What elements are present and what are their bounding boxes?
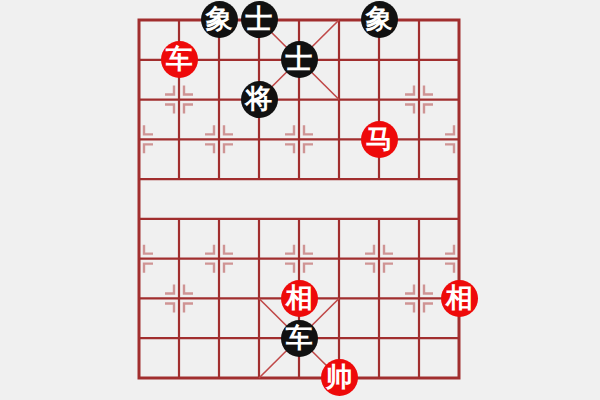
piece-red-elephant-i7[interactable]: 相 — [441, 280, 478, 317]
piece-red-elephant-e7[interactable]: 相 — [281, 280, 318, 317]
piece-black-chariot-e8[interactable]: 车 — [281, 320, 318, 357]
piece-red-chariot-b1[interactable]: 车 — [161, 41, 198, 78]
piece-red-general-f9[interactable]: 帅 — [321, 359, 358, 396]
piece-black-elephant-c0[interactable]: 象 — [201, 1, 238, 38]
piece-black-general-d2[interactable]: 将 — [241, 81, 278, 118]
piece-black-advisor-e1[interactable]: 士 — [281, 41, 318, 78]
piece-red-horse-g3[interactable]: 马 — [361, 121, 398, 158]
xiangqi-diagram: 象士象车士将马相相车帅 — [0, 0, 600, 400]
piece-black-elephant-g0[interactable]: 象 — [361, 1, 398, 38]
piece-black-advisor-d0[interactable]: 士 — [241, 1, 278, 38]
xiangqi-board[interactable]: 象士象车士将马相相车帅 — [119, 0, 479, 398]
